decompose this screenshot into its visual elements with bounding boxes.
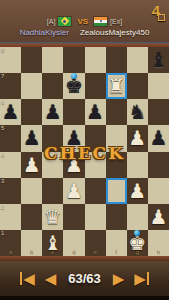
move-counter: 63/63 xyxy=(68,271,101,286)
square-b8[interactable] xyxy=(21,47,42,73)
file-label-d: d xyxy=(72,249,75,256)
square-f8[interactable] xyxy=(106,47,127,73)
square-b2[interactable] xyxy=(21,204,42,230)
square-b1[interactable]: b xyxy=(21,230,42,256)
chess-app: 4 [A] VS [Ex] NadhiaKlysler ZealousMajes… xyxy=(0,0,169,300)
square-d7[interactable]: ♚ xyxy=(63,73,84,99)
piece-black-pawn-d5[interactable]: ♟ xyxy=(65,128,83,148)
square-g1[interactable]: g♚ xyxy=(127,230,148,256)
move-nav-bar: ◀ ◀ 63/63 ▶ ▶ xyxy=(0,261,169,300)
last-move-button[interactable]: ▶ xyxy=(134,271,149,287)
square-b4[interactable]: ♟ xyxy=(21,152,42,178)
square-d4[interactable]: ♟ xyxy=(63,152,84,178)
square-b3[interactable] xyxy=(21,178,42,204)
square-c8[interactable] xyxy=(42,47,63,73)
square-d1[interactable]: d xyxy=(63,230,84,256)
square-f3[interactable] xyxy=(106,178,127,204)
piece-black-king-d7[interactable]: ♚ xyxy=(65,76,83,96)
player-info-bar: 4 [A] VS [Ex] NadhiaKlysler ZealousMajes… xyxy=(0,0,169,42)
square-f5[interactable] xyxy=(106,125,127,151)
first-move-button[interactable]: ◀ xyxy=(20,271,35,287)
square-c6[interactable]: ♟ xyxy=(42,99,63,125)
square-b5[interactable]: ♟ xyxy=(21,125,42,151)
square-f1[interactable]: f xyxy=(106,230,127,256)
square-h1[interactable]: h xyxy=(148,230,169,256)
piece-white-pawn-d4[interactable]: ♟ xyxy=(65,155,83,175)
piece-white-bishop-c1[interactable]: ♝ xyxy=(44,233,62,253)
file-label-b: b xyxy=(30,249,33,256)
piece-white-pawn-d3[interactable]: ♟ xyxy=(65,181,83,201)
king-marker-dot-d7 xyxy=(71,73,77,79)
piece-black-pawn-b5[interactable]: ♟ xyxy=(23,128,41,148)
square-f2[interactable] xyxy=(106,204,127,230)
square-a6[interactable]: 6♟ xyxy=(0,99,21,125)
square-e7[interactable] xyxy=(85,73,106,99)
piece-white-pawn-h2[interactable]: ♟ xyxy=(149,207,167,227)
player-left-rating-tag: [A] xyxy=(47,18,56,25)
next-move-arrow-icon: ▶ xyxy=(113,271,125,287)
square-a4[interactable]: 4 xyxy=(0,152,21,178)
file-label-a: a xyxy=(9,249,12,256)
piece-black-pawn-c6[interactable]: ♟ xyxy=(44,102,62,122)
square-d6[interactable] xyxy=(63,99,84,125)
square-e1[interactable]: e xyxy=(85,230,106,256)
india-flag-icon xyxy=(94,17,107,26)
piece-white-king-g1[interactable]: ♚ xyxy=(128,233,146,253)
square-g8[interactable] xyxy=(127,47,148,73)
square-c7[interactable] xyxy=(42,73,63,99)
square-h6[interactable] xyxy=(148,99,169,125)
first-move-arrow-icon: ◀ xyxy=(23,271,35,287)
king-marker-dot-g1 xyxy=(134,230,140,236)
square-d3[interactable]: ♟ xyxy=(63,178,84,204)
square-g3[interactable]: ♟ xyxy=(127,178,148,204)
square-d2[interactable] xyxy=(63,204,84,230)
square-c5[interactable] xyxy=(42,125,63,151)
square-a3[interactable]: 3 xyxy=(0,178,21,204)
previous-move-button[interactable]: ◀ xyxy=(45,271,57,287)
previous-move-arrow-icon: ◀ xyxy=(45,271,57,287)
square-c4[interactable] xyxy=(42,152,63,178)
piece-black-bishop-h8[interactable]: ♝ xyxy=(149,50,167,70)
square-e8[interactable] xyxy=(85,47,106,73)
square-c3[interactable] xyxy=(42,178,63,204)
square-d5[interactable]: ♟ xyxy=(63,125,84,151)
square-h2[interactable]: ♟ xyxy=(148,204,169,230)
file-label-h: h xyxy=(157,249,160,256)
square-f7[interactable]: ♜ xyxy=(106,73,127,99)
piece-black-knight-g6[interactable]: ♞ xyxy=(128,102,146,122)
square-d8[interactable] xyxy=(63,47,84,73)
chess-board: 8♝7♚♜6♟♟♟♞5♟♟♟♟4♟♟3♟♟2♛♟1abc♝defg♚h xyxy=(0,47,169,256)
square-f4[interactable] xyxy=(106,152,127,178)
square-g7[interactable] xyxy=(127,73,148,99)
first-move-bar-icon xyxy=(20,272,23,285)
vs-label: VS xyxy=(77,17,88,26)
piece-black-pawn-e6[interactable]: ♟ xyxy=(86,102,104,122)
square-a2[interactable]: 2 xyxy=(0,204,21,230)
square-c1[interactable]: c♝ xyxy=(42,230,63,256)
square-e4[interactable] xyxy=(85,152,106,178)
square-a5[interactable]: 5 xyxy=(0,125,21,151)
piece-white-queen-c2[interactable]: ♛ xyxy=(44,207,62,227)
square-e3[interactable] xyxy=(85,178,106,204)
square-b7[interactable] xyxy=(21,73,42,99)
last-move-arrow-icon: ▶ xyxy=(134,271,146,287)
square-g6[interactable]: ♞ xyxy=(127,99,148,125)
next-move-button[interactable]: ▶ xyxy=(113,271,125,287)
last-move-bar-icon xyxy=(147,272,150,285)
square-g4[interactable] xyxy=(127,152,148,178)
rank-label-4: 4 xyxy=(1,152,4,159)
rank-label-5: 5 xyxy=(1,125,4,132)
player-tags-row: [A] VS [Ex] xyxy=(0,16,169,26)
rank-label-7: 7 xyxy=(1,73,4,80)
piece-black-pawn-a6[interactable]: ♟ xyxy=(2,102,20,122)
square-g5[interactable]: ♟ xyxy=(127,125,148,151)
square-f6[interactable] xyxy=(106,99,127,125)
square-g2[interactable] xyxy=(127,204,148,230)
square-h4[interactable] xyxy=(148,152,169,178)
square-h5[interactable]: ♟ xyxy=(148,125,169,151)
player-left-name: NadhiaKlysler xyxy=(20,28,69,37)
player-right-rating-tag: [Ex] xyxy=(110,18,122,25)
rank-label-2: 2 xyxy=(1,204,4,211)
square-e2[interactable] xyxy=(85,204,106,230)
square-h3[interactable] xyxy=(148,178,169,204)
square-h8[interactable]: ♝ xyxy=(148,47,169,73)
file-label-e: e xyxy=(93,249,96,256)
square-e5[interactable] xyxy=(85,125,106,151)
rank-label-3: 3 xyxy=(1,178,4,185)
rank-label-1: 1 xyxy=(1,230,4,237)
player-names-row: NadhiaKlysler ZealousMajesty450 xyxy=(0,27,169,37)
square-a8[interactable]: 8 xyxy=(0,47,21,73)
piece-white-pawn-b4[interactable]: ♟ xyxy=(23,155,41,175)
rank-label-8: 8 xyxy=(1,47,4,54)
file-label-f: f xyxy=(115,249,117,256)
square-a1[interactable]: 1a xyxy=(0,230,21,256)
square-h7[interactable] xyxy=(148,73,169,99)
piece-white-rook-f7[interactable]: ♜ xyxy=(107,76,125,96)
square-a7[interactable]: 7 xyxy=(0,73,21,99)
square-e6[interactable]: ♟ xyxy=(85,99,106,125)
brazil-flag-icon xyxy=(58,17,71,26)
piece-black-pawn-h5[interactable]: ♟ xyxy=(149,128,167,148)
square-c2[interactable]: ♛ xyxy=(42,204,63,230)
piece-white-pawn-g3[interactable]: ♟ xyxy=(128,181,146,201)
player-right-name: ZealousMajesty450 xyxy=(80,28,149,37)
piece-white-pawn-g5[interactable]: ♟ xyxy=(128,128,146,148)
square-b6[interactable] xyxy=(21,99,42,125)
